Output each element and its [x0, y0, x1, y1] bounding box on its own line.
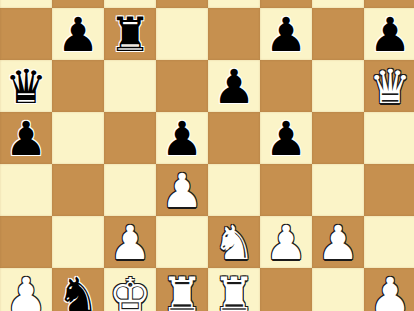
square-a3[interactable] — [0, 216, 52, 268]
chess-board: ♚♞♟♜♟♟♛♟♛♟♟♟♟♟♞♟♟♟♞♚♜♜♟ — [0, 0, 414, 311]
square-b3[interactable] — [52, 216, 104, 268]
square-d8[interactable] — [156, 0, 208, 8]
square-g5[interactable] — [312, 112, 364, 164]
piece-black-pawn-d5[interactable]: ♟ — [161, 113, 203, 165]
piece-black-pawn-f5[interactable]: ♟ — [265, 113, 307, 165]
square-b4[interactable] — [52, 164, 104, 216]
square-b2[interactable]: ♞ — [52, 268, 104, 311]
chess-board-viewport: ♚♞♟♜♟♟♛♟♛♟♟♟♟♟♞♟♟♟♞♚♜♜♟ — [0, 0, 414, 311]
piece-black-pawn-a5[interactable]: ♟ — [5, 113, 47, 165]
piece-black-queen-a6[interactable]: ♛ — [5, 61, 47, 113]
square-g4[interactable] — [312, 164, 364, 216]
square-e5[interactable] — [208, 112, 260, 164]
piece-white-knight-e3[interactable]: ♞ — [213, 217, 255, 269]
square-a2[interactable]: ♟ — [0, 268, 52, 311]
square-f7[interactable]: ♟ — [260, 8, 312, 60]
square-a7[interactable] — [0, 8, 52, 60]
square-e3[interactable]: ♞ — [208, 216, 260, 268]
square-b7[interactable]: ♟ — [52, 8, 104, 60]
square-g6[interactable] — [312, 60, 364, 112]
square-c5[interactable] — [104, 112, 156, 164]
piece-white-rook-d2[interactable]: ♜ — [161, 269, 203, 311]
square-g7[interactable] — [312, 8, 364, 60]
piece-white-pawn-d4[interactable]: ♟ — [161, 165, 203, 217]
square-f2[interactable] — [260, 268, 312, 311]
square-f4[interactable] — [260, 164, 312, 216]
square-f6[interactable] — [260, 60, 312, 112]
square-c2[interactable]: ♚ — [104, 268, 156, 311]
piece-white-pawn-f3[interactable]: ♟ — [265, 217, 307, 269]
square-a4[interactable] — [0, 164, 52, 216]
piece-black-knight-b2[interactable]: ♞ — [57, 269, 99, 311]
square-e8[interactable] — [208, 0, 260, 8]
square-d6[interactable] — [156, 60, 208, 112]
square-a5[interactable]: ♟ — [0, 112, 52, 164]
square-d2[interactable]: ♜ — [156, 268, 208, 311]
square-c4[interactable] — [104, 164, 156, 216]
piece-white-pawn-h2[interactable]: ♟ — [369, 269, 411, 311]
square-d4[interactable]: ♟ — [156, 164, 208, 216]
piece-white-pawn-g3[interactable]: ♟ — [317, 217, 359, 269]
square-a6[interactable]: ♛ — [0, 60, 52, 112]
piece-white-queen-h6[interactable]: ♛ — [369, 61, 411, 113]
square-e7[interactable] — [208, 8, 260, 60]
square-h3[interactable] — [364, 216, 414, 268]
piece-black-pawn-e6[interactable]: ♟ — [213, 61, 255, 113]
square-g8[interactable]: ♞ — [312, 0, 364, 8]
piece-white-rook-e2[interactable]: ♜ — [213, 269, 255, 311]
square-d3[interactable] — [156, 216, 208, 268]
square-h7[interactable]: ♟ — [364, 8, 414, 60]
square-h4[interactable] — [364, 164, 414, 216]
square-f3[interactable]: ♟ — [260, 216, 312, 268]
square-d7[interactable] — [156, 8, 208, 60]
square-c6[interactable] — [104, 60, 156, 112]
square-c7[interactable]: ♜ — [104, 8, 156, 60]
square-e4[interactable] — [208, 164, 260, 216]
square-b5[interactable] — [52, 112, 104, 164]
square-c3[interactable]: ♟ — [104, 216, 156, 268]
square-e6[interactable]: ♟ — [208, 60, 260, 112]
square-h6[interactable]: ♛ — [364, 60, 414, 112]
piece-white-pawn-a2[interactable]: ♟ — [5, 269, 47, 311]
square-d5[interactable]: ♟ — [156, 112, 208, 164]
square-g2[interactable] — [312, 268, 364, 311]
square-h2[interactable]: ♟ — [364, 268, 414, 311]
piece-white-king-c2[interactable]: ♚ — [109, 269, 151, 311]
square-a8[interactable] — [0, 0, 52, 8]
square-g3[interactable]: ♟ — [312, 216, 364, 268]
square-e2[interactable]: ♜ — [208, 268, 260, 311]
square-h5[interactable] — [364, 112, 414, 164]
piece-black-pawn-b7[interactable]: ♟ — [57, 9, 99, 61]
square-f5[interactable]: ♟ — [260, 112, 312, 164]
piece-black-pawn-f7[interactable]: ♟ — [265, 9, 307, 61]
piece-black-rook-c7[interactable]: ♜ — [109, 9, 151, 61]
square-b6[interactable] — [52, 60, 104, 112]
piece-white-pawn-c3[interactable]: ♟ — [109, 217, 151, 269]
piece-black-pawn-h7[interactable]: ♟ — [369, 9, 411, 61]
